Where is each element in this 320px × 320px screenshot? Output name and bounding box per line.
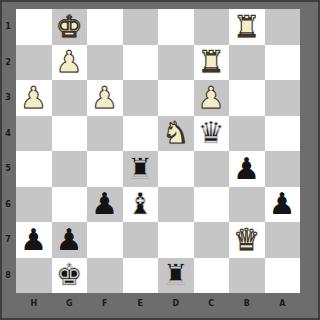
square-f7[interactable]: [87, 222, 123, 258]
chess-diagram: 12345678 ♚♜♟♜♟♟♟♞♛♜♟♟♝♟♟♟♛♚♜ HGFEDCBA: [0, 0, 320, 320]
square-g8[interactable]: ♚: [52, 258, 88, 294]
square-e1[interactable]: [123, 9, 159, 45]
file-label: D: [158, 295, 194, 311]
file-label: F: [87, 295, 123, 311]
square-h2[interactable]: [16, 45, 52, 81]
file-label: E: [123, 295, 159, 311]
white-pawn[interactable]: ♟: [91, 83, 118, 113]
square-a3[interactable]: [265, 80, 301, 116]
square-c6[interactable]: [194, 187, 230, 223]
chess-board[interactable]: ♚♜♟♜♟♟♟♞♛♜♟♟♝♟♟♟♛♚♜: [16, 9, 300, 293]
square-e7[interactable]: [123, 222, 159, 258]
white-pawn[interactable]: ♟: [56, 47, 83, 77]
white-king[interactable]: ♚: [56, 12, 83, 42]
square-a7[interactable]: [265, 222, 301, 258]
square-g1[interactable]: ♚: [52, 9, 88, 45]
white-queen[interactable]: ♛: [233, 225, 260, 255]
white-pawn[interactable]: ♟: [20, 83, 47, 113]
white-rook[interactable]: ♜: [233, 12, 260, 42]
square-g7[interactable]: ♟: [52, 222, 88, 258]
white-knight[interactable]: ♞: [162, 118, 189, 148]
square-b5[interactable]: ♟: [229, 151, 265, 187]
file-label: G: [52, 295, 88, 311]
square-c4[interactable]: ♛: [194, 116, 230, 152]
white-rook[interactable]: ♜: [198, 47, 225, 77]
square-b1[interactable]: ♜: [229, 9, 265, 45]
square-h4[interactable]: [16, 116, 52, 152]
rank-labels: 12345678: [0, 9, 16, 293]
square-c5[interactable]: [194, 151, 230, 187]
square-d6[interactable]: [158, 187, 194, 223]
square-a8[interactable]: [265, 258, 301, 294]
square-g5[interactable]: [52, 151, 88, 187]
square-h5[interactable]: [16, 151, 52, 187]
square-f5[interactable]: [87, 151, 123, 187]
rank-label: 6: [0, 187, 16, 223]
file-labels: HGFEDCBA: [16, 295, 300, 311]
black-rook[interactable]: ♜: [127, 154, 154, 184]
square-e2[interactable]: [123, 45, 159, 81]
black-king[interactable]: ♚: [56, 260, 83, 290]
square-c2[interactable]: ♜: [194, 45, 230, 81]
square-f4[interactable]: [87, 116, 123, 152]
rank-label: 2: [0, 45, 16, 81]
square-d8[interactable]: ♜: [158, 258, 194, 294]
square-d7[interactable]: [158, 222, 194, 258]
square-c7[interactable]: [194, 222, 230, 258]
square-d2[interactable]: [158, 45, 194, 81]
white-pawn[interactable]: ♟: [198, 83, 225, 113]
square-g6[interactable]: [52, 187, 88, 223]
square-b7[interactable]: ♛: [229, 222, 265, 258]
square-c3[interactable]: ♟: [194, 80, 230, 116]
square-c8[interactable]: [194, 258, 230, 294]
square-h3[interactable]: ♟: [16, 80, 52, 116]
square-f1[interactable]: [87, 9, 123, 45]
rank-label: 3: [0, 80, 16, 116]
square-f3[interactable]: ♟: [87, 80, 123, 116]
file-label: H: [16, 295, 52, 311]
square-a1[interactable]: [265, 9, 301, 45]
square-e3[interactable]: [123, 80, 159, 116]
square-g4[interactable]: [52, 116, 88, 152]
file-label: C: [194, 295, 230, 311]
square-h1[interactable]: [16, 9, 52, 45]
rank-label: 4: [0, 116, 16, 152]
square-g2[interactable]: ♟: [52, 45, 88, 81]
square-f2[interactable]: [87, 45, 123, 81]
square-a4[interactable]: [265, 116, 301, 152]
square-f6[interactable]: ♟: [87, 187, 123, 223]
rank-label: 7: [0, 222, 16, 258]
square-h8[interactable]: [16, 258, 52, 294]
square-e6[interactable]: ♝: [123, 187, 159, 223]
square-d3[interactable]: [158, 80, 194, 116]
black-pawn[interactable]: ♟: [20, 225, 47, 255]
square-b3[interactable]: [229, 80, 265, 116]
square-g3[interactable]: [52, 80, 88, 116]
square-c1[interactable]: [194, 9, 230, 45]
square-h7[interactable]: ♟: [16, 222, 52, 258]
square-h6[interactable]: [16, 187, 52, 223]
square-e4[interactable]: [123, 116, 159, 152]
square-e8[interactable]: [123, 258, 159, 294]
black-pawn[interactable]: ♟: [56, 225, 83, 255]
square-b2[interactable]: [229, 45, 265, 81]
square-e5[interactable]: ♜: [123, 151, 159, 187]
square-d4[interactable]: ♞: [158, 116, 194, 152]
rank-label: 5: [0, 151, 16, 187]
file-label: A: [265, 295, 301, 311]
square-b6[interactable]: [229, 187, 265, 223]
rank-label: 1: [0, 9, 16, 45]
black-queen[interactable]: ♛: [198, 118, 225, 148]
rank-label: 8: [0, 258, 16, 294]
square-a2[interactable]: [265, 45, 301, 81]
square-b4[interactable]: [229, 116, 265, 152]
black-pawn[interactable]: ♟: [269, 189, 296, 219]
square-d1[interactable]: [158, 9, 194, 45]
square-b8[interactable]: [229, 258, 265, 294]
black-rook[interactable]: ♜: [162, 260, 189, 290]
file-label: B: [229, 295, 265, 311]
black-pawn[interactable]: ♟: [91, 189, 118, 219]
square-a6[interactable]: ♟: [265, 187, 301, 223]
square-f8[interactable]: [87, 258, 123, 294]
black-bishop[interactable]: ♝: [127, 189, 154, 219]
black-pawn[interactable]: ♟: [233, 154, 260, 184]
square-a5[interactable]: [265, 151, 301, 187]
square-d5[interactable]: [158, 151, 194, 187]
